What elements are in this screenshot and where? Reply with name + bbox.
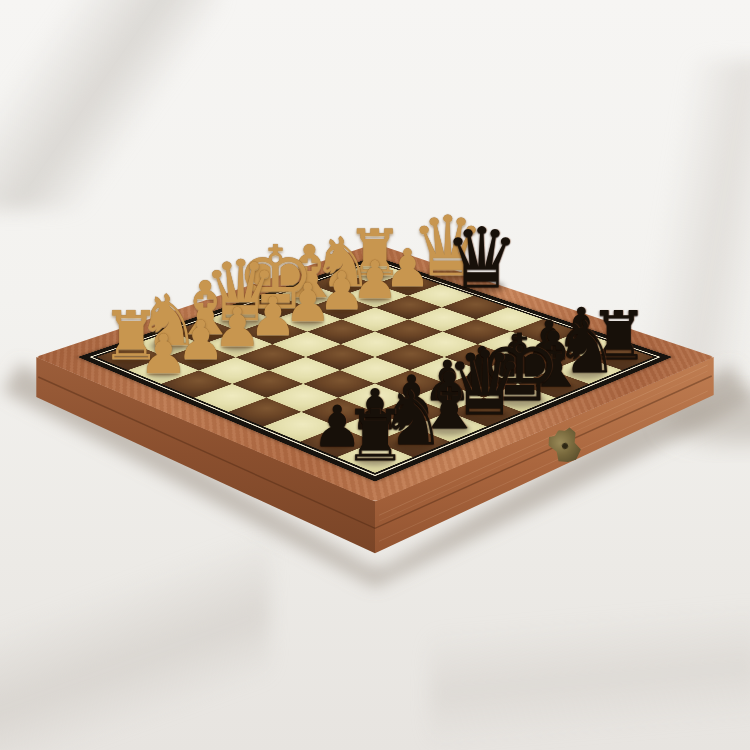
piece-shadow: [223, 342, 252, 351]
piece-black-p-a7: ♟: [312, 397, 363, 454]
piece-black-p-h7: ♟: [557, 302, 605, 356]
piece-black-b-c8: ♝: [414, 364, 484, 442]
piece-white-p-a2: ♟: [139, 327, 188, 382]
piece-white-p-h2: ♟: [384, 243, 431, 295]
piece-shadow: [534, 355, 563, 364]
piece-white-p-g2: ♟: [352, 254, 399, 306]
piece-black-p-d7: ♟: [422, 354, 472, 409]
piece-shadow: [259, 330, 288, 339]
piece-shadow: [467, 382, 497, 391]
piece-shadow: [495, 392, 545, 408]
piece-black-p-e7: ♟: [457, 340, 506, 395]
piece-shadow: [252, 301, 299, 316]
piece-black-spare-queen-h4: ♛: [444, 217, 519, 300]
piece-black-q-d8: ♛: [445, 340, 524, 429]
piece-shadow: [533, 380, 574, 393]
piece-black-p-f7: ♟: [492, 327, 541, 382]
piece-shadow: [185, 327, 225, 340]
piece-white-r-a1: ♜: [101, 303, 161, 370]
piece-black-r-a8: ♜: [343, 401, 406, 472]
piece-shadow: [397, 410, 427, 420]
piece-shadow: [425, 269, 470, 283]
piece-shadow: [428, 423, 470, 436]
piece-shadow: [149, 340, 187, 352]
piece-white-r-h1: ♜: [346, 221, 403, 285]
piece-shadow: [186, 355, 215, 364]
piece-shadow: [361, 293, 389, 302]
piece-shadow: [294, 317, 323, 326]
piece-black-p-g7: ♟: [525, 314, 574, 368]
piece-black-k-e8: ♚: [478, 322, 561, 414]
piece-shadow: [501, 368, 530, 377]
piece-shadow: [392, 438, 432, 451]
piece-shadow: [322, 440, 353, 450]
piece-white-p-b2: ♟: [177, 314, 226, 368]
pieces-layer: ♜♛♟♞♛♟♝♟♚♟♛♟♝♟♟♞♜♟♟♜♞♟♟♝♟♚♟♛♟♝♟♞♟♜: [0, 0, 750, 750]
piece-white-p-c2: ♟: [213, 302, 261, 356]
piece-shadow: [567, 342, 596, 351]
piece-white-p-f2: ♟: [318, 265, 365, 318]
piece-shadow: [358, 269, 392, 280]
piece-shadow: [360, 425, 390, 435]
piece-shadow: [601, 354, 637, 365]
piece-black-p-b7: ♟: [350, 382, 401, 438]
piece-shadow: [328, 305, 356, 314]
piece-shadow: [461, 407, 509, 422]
piece-shadow: [290, 291, 329, 303]
piece-shadow: [356, 454, 394, 466]
piece-shadow: [432, 396, 462, 405]
piece-black-n-b8: ♞: [379, 382, 446, 457]
piece-shadow: [113, 354, 149, 365]
piece-shadow: [218, 314, 263, 328]
piece-white-b-f1: ♝: [277, 236, 342, 308]
piece-white-b-c1: ♝: [172, 271, 238, 345]
piece-white-n-b1: ♞: [137, 287, 201, 358]
piece-shadow: [393, 282, 421, 291]
piece-white-spare-queen-h3: ♛: [411, 206, 485, 289]
piece-shadow: [459, 280, 504, 294]
piece-shadow: [149, 368, 178, 377]
piece-white-q-d1: ♛: [203, 250, 278, 334]
piece-black-r-h8: ♜: [589, 303, 649, 370]
piece-white-p-e2: ♟: [284, 277, 332, 330]
piece-black-n-g8: ♞: [554, 312, 618, 384]
piece-black-b-f8: ♝: [519, 322, 587, 398]
piece-shadow: [324, 280, 361, 292]
piece-black-p-c7: ♟: [387, 368, 437, 424]
piece-shadow: [567, 366, 606, 378]
piece-white-p-d2: ♟: [249, 289, 297, 342]
piece-white-k-e1: ♚: [236, 235, 315, 323]
piece-white-n-g1: ♞: [312, 228, 373, 296]
